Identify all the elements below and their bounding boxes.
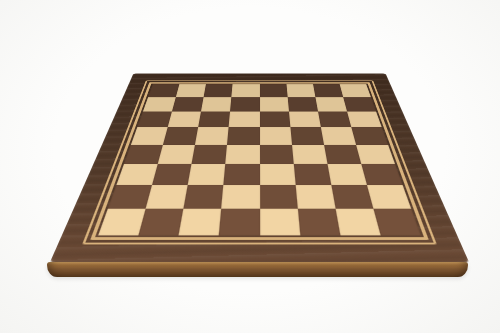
square-f3[interactable] bbox=[293, 164, 331, 185]
square-b5[interactable] bbox=[163, 127, 198, 144]
square-c5[interactable] bbox=[195, 127, 229, 144]
square-h3[interactable] bbox=[361, 164, 403, 185]
square-e5[interactable] bbox=[260, 127, 292, 144]
square-e4[interactable] bbox=[260, 145, 294, 164]
square-e6[interactable] bbox=[260, 112, 291, 128]
square-g6[interactable] bbox=[318, 112, 351, 128]
square-d1[interactable] bbox=[219, 209, 259, 236]
square-b4[interactable] bbox=[158, 145, 195, 164]
board-edge bbox=[47, 262, 468, 277]
square-c2[interactable] bbox=[184, 185, 224, 209]
square-g4[interactable] bbox=[324, 145, 361, 164]
board-frame bbox=[50, 73, 470, 262]
square-e3[interactable] bbox=[260, 164, 296, 185]
square-b7[interactable] bbox=[172, 97, 204, 111]
square-f5[interactable] bbox=[290, 127, 324, 144]
square-e8[interactable] bbox=[260, 84, 288, 97]
square-f7[interactable] bbox=[287, 97, 317, 111]
square-c6[interactable] bbox=[198, 112, 230, 128]
square-d4[interactable] bbox=[226, 145, 260, 164]
square-c8[interactable] bbox=[204, 84, 233, 97]
square-d2[interactable] bbox=[222, 185, 260, 209]
square-a7[interactable] bbox=[143, 97, 176, 111]
square-d6[interactable] bbox=[229, 112, 260, 128]
square-e7[interactable] bbox=[260, 97, 289, 111]
square-g7[interactable] bbox=[315, 97, 347, 111]
square-g5[interactable] bbox=[321, 127, 356, 144]
chess-board bbox=[50, 73, 470, 262]
square-d5[interactable] bbox=[227, 127, 259, 144]
square-c3[interactable] bbox=[188, 164, 226, 185]
square-g3[interactable] bbox=[327, 164, 367, 185]
board-grid bbox=[98, 84, 421, 235]
square-h8[interactable] bbox=[340, 84, 371, 97]
square-a5[interactable] bbox=[131, 127, 168, 144]
square-d7[interactable] bbox=[230, 97, 259, 111]
square-a3[interactable] bbox=[116, 164, 158, 185]
square-h4[interactable] bbox=[356, 145, 395, 164]
square-b2[interactable] bbox=[146, 185, 188, 209]
square-f1[interactable] bbox=[297, 209, 340, 236]
square-a8[interactable] bbox=[148, 84, 179, 97]
square-a6[interactable] bbox=[137, 112, 172, 128]
square-e2[interactable] bbox=[260, 185, 298, 209]
square-f2[interactable] bbox=[295, 185, 335, 209]
photo-background bbox=[0, 0, 500, 333]
square-h6[interactable] bbox=[347, 112, 382, 128]
square-a4[interactable] bbox=[124, 145, 163, 164]
square-b1[interactable] bbox=[139, 209, 184, 236]
square-b8[interactable] bbox=[176, 84, 206, 97]
square-d8[interactable] bbox=[232, 84, 260, 97]
square-c7[interactable] bbox=[201, 97, 231, 111]
square-b3[interactable] bbox=[152, 164, 192, 185]
square-f4[interactable] bbox=[292, 145, 328, 164]
square-g8[interactable] bbox=[313, 84, 343, 97]
square-h7[interactable] bbox=[343, 97, 376, 111]
square-f8[interactable] bbox=[286, 84, 315, 97]
square-d3[interactable] bbox=[224, 164, 260, 185]
square-c1[interactable] bbox=[179, 209, 222, 236]
square-f6[interactable] bbox=[289, 112, 321, 128]
square-c4[interactable] bbox=[192, 145, 228, 164]
square-b6[interactable] bbox=[168, 112, 201, 128]
square-h5[interactable] bbox=[351, 127, 388, 144]
square-e1[interactable] bbox=[260, 209, 300, 236]
